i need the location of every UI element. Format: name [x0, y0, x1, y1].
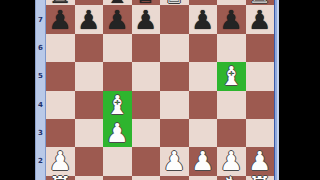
square-d2[interactable]: [132, 147, 161, 175]
square-f3[interactable]: [189, 119, 218, 147]
piece-black-pawn-g7[interactable]: ♟: [220, 6, 243, 34]
square-h1[interactable]: ♜: [246, 176, 275, 180]
piece-white-rook-h1[interactable]: ♜: [248, 172, 271, 180]
piece-black-pawn-f7[interactable]: ♟: [191, 6, 214, 34]
square-e7[interactable]: [160, 5, 189, 33]
square-f5[interactable]: [189, 62, 218, 90]
square-c1[interactable]: [103, 176, 132, 180]
square-b1[interactable]: [75, 176, 104, 180]
video-frame: 765432 ♜♝♛♚♜♟♟♟♟♟♟♟♝♝♟♟♟♟♟♟♜♞♜: [0, 0, 320, 180]
square-g3[interactable]: [217, 119, 246, 147]
square-c4[interactable]: ♝: [103, 91, 132, 119]
square-d5[interactable]: [132, 62, 161, 90]
square-d1[interactable]: [132, 176, 161, 180]
square-f6[interactable]: [189, 34, 218, 62]
square-a1[interactable]: ♜: [46, 176, 75, 180]
square-e2[interactable]: ♟: [160, 147, 189, 175]
piece-black-pawn-d7[interactable]: ♟: [134, 6, 157, 34]
piece-white-rook-a1[interactable]: ♜: [49, 172, 72, 180]
square-b7[interactable]: ♟: [75, 5, 104, 33]
square-a4[interactable]: [46, 91, 75, 119]
square-g4[interactable]: [217, 91, 246, 119]
square-c2[interactable]: [103, 147, 132, 175]
square-c5[interactable]: [103, 62, 132, 90]
chess-board: ♜♝♛♚♜♟♟♟♟♟♟♟♝♝♟♟♟♟♟♟♜♞♜: [46, 0, 274, 180]
square-e6[interactable]: [160, 34, 189, 62]
piece-white-knight-g1[interactable]: ♞: [220, 172, 243, 180]
square-d3[interactable]: [132, 119, 161, 147]
piece-white-pawn-e2[interactable]: ♟: [163, 147, 186, 175]
piece-white-bishop-c4[interactable]: ♝: [106, 91, 129, 119]
square-d7[interactable]: ♟: [132, 5, 161, 33]
square-d6[interactable]: [132, 34, 161, 62]
square-h4[interactable]: [246, 91, 275, 119]
square-b5[interactable]: [75, 62, 104, 90]
square-h5[interactable]: [246, 62, 275, 90]
square-g7[interactable]: ♟: [217, 5, 246, 33]
square-a7[interactable]: ♟: [46, 5, 75, 33]
square-b4[interactable]: [75, 91, 104, 119]
square-e3[interactable]: [160, 119, 189, 147]
rank-label-4: 4: [35, 101, 46, 109]
square-c7[interactable]: ♟: [103, 5, 132, 33]
square-b2[interactable]: [75, 147, 104, 175]
square-h6[interactable]: [246, 34, 275, 62]
piece-black-pawn-b7[interactable]: ♟: [77, 6, 100, 34]
square-g6[interactable]: [217, 34, 246, 62]
square-f4[interactable]: [189, 91, 218, 119]
rank-coordinate-strip: 765432: [35, 0, 46, 180]
piece-white-pawn-f2[interactable]: ♟: [191, 147, 214, 175]
square-e1[interactable]: [160, 176, 189, 180]
piece-black-pawn-a7[interactable]: ♟: [49, 6, 72, 34]
rank-label-3: 3: [35, 129, 46, 137]
piece-white-bishop-g5[interactable]: ♝: [220, 62, 243, 90]
square-f1[interactable]: [189, 176, 218, 180]
square-c6[interactable]: [103, 34, 132, 62]
rank-label-5: 5: [35, 72, 46, 80]
letterbox-right: [279, 0, 320, 180]
square-a5[interactable]: [46, 62, 75, 90]
square-b6[interactable]: [75, 34, 104, 62]
rank-label-6: 6: [35, 44, 46, 52]
square-d4[interactable]: [132, 91, 161, 119]
square-b3[interactable]: [75, 119, 104, 147]
square-g5[interactable]: ♝: [217, 62, 246, 90]
square-h7[interactable]: ♟: [246, 5, 275, 33]
square-e5[interactable]: [160, 62, 189, 90]
chess-board-grid: ♜♝♛♚♜♟♟♟♟♟♟♟♝♝♟♟♟♟♟♟♜♞♜: [46, 0, 274, 180]
square-a6[interactable]: [46, 34, 75, 62]
square-e4[interactable]: [160, 91, 189, 119]
rank-label-7: 7: [35, 16, 46, 24]
piece-black-pawn-c7[interactable]: ♟: [106, 6, 129, 34]
letterbox-left: [0, 0, 35, 180]
piece-black-pawn-h7[interactable]: ♟: [248, 6, 271, 34]
square-f7[interactable]: ♟: [189, 5, 218, 33]
square-a3[interactable]: [46, 119, 75, 147]
square-c3[interactable]: ♟: [103, 119, 132, 147]
square-f2[interactable]: ♟: [189, 147, 218, 175]
square-h3[interactable]: [246, 119, 275, 147]
piece-white-pawn-c3[interactable]: ♟: [106, 119, 129, 147]
rank-label-2: 2: [35, 157, 46, 165]
square-g1[interactable]: ♞: [217, 176, 246, 180]
